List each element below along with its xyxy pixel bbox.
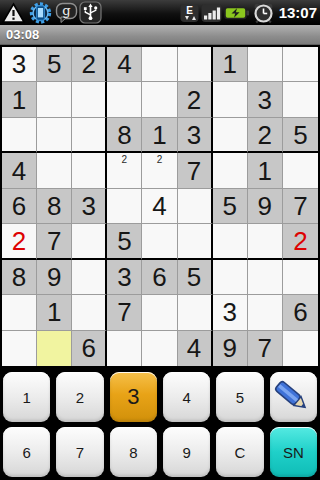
cell-r2c4[interactable] xyxy=(107,82,142,117)
given-digit: 3 xyxy=(258,87,272,113)
cell-r6c7[interactable] xyxy=(213,224,248,259)
given-digit: 6 xyxy=(152,264,166,290)
warning-icon xyxy=(1,2,26,24)
given-digit: 6 xyxy=(293,299,307,325)
cell-r7c2[interactable]: 9 xyxy=(37,260,72,295)
keypad-row-1: 12345 xyxy=(3,372,317,422)
pencil-marks: 2 xyxy=(143,154,175,186)
cell-r1c5[interactable] xyxy=(142,47,177,82)
entered-digit: 4 xyxy=(152,193,166,219)
given-digit: 2 xyxy=(187,87,201,113)
cell-r1c4[interactable]: 4 xyxy=(107,47,142,82)
cell-r8c5[interactable] xyxy=(142,295,177,330)
cell-r8c9[interactable]: 6 xyxy=(283,295,318,330)
given-digit: 2 xyxy=(258,122,272,148)
key-7[interactable]: 7 xyxy=(56,427,103,477)
cell-r1c7[interactable]: 1 xyxy=(213,47,248,82)
cell-r9c7[interactable]: 9 xyxy=(213,331,248,366)
cell-r3c9[interactable]: 5 xyxy=(283,118,318,153)
cell-r5c4[interactable] xyxy=(107,189,142,224)
entered-digit: 3 xyxy=(12,51,26,77)
cell-r7c7[interactable] xyxy=(213,260,248,295)
given-digit: 1 xyxy=(152,122,166,148)
sudoku-app-screen: g E xyxy=(0,0,320,480)
cell-r7c8[interactable] xyxy=(248,260,283,295)
given-digit: 5 xyxy=(47,51,61,77)
cell-r9c6[interactable]: 4 xyxy=(178,331,213,366)
battery-charging-icon xyxy=(224,4,250,22)
gtalk-icon: g xyxy=(55,2,78,24)
given-digit: 9 xyxy=(47,264,61,290)
cell-r4c1[interactable]: 4 xyxy=(2,153,37,188)
clock-time: 13:07 xyxy=(277,4,317,21)
given-digit: 7 xyxy=(117,299,131,325)
key-SN[interactable]: SN xyxy=(270,427,317,477)
given-digit: 7 xyxy=(293,193,307,219)
key-C[interactable]: C xyxy=(216,427,263,477)
key-2[interactable]: 2 xyxy=(56,372,103,422)
cell-r5c1[interactable]: 6 xyxy=(2,189,37,224)
cell-r1c1[interactable]: 3 xyxy=(2,47,37,82)
cell-r9c2[interactable] xyxy=(37,331,72,366)
cell-r1c8[interactable] xyxy=(248,47,283,82)
cell-r6c9[interactable]: 2 xyxy=(283,224,318,259)
key-3[interactable]: 3 xyxy=(110,372,157,422)
status-bar-right-icons: E xyxy=(180,2,320,24)
cell-r4c6[interactable]: 7 xyxy=(178,153,213,188)
cell-r7c1[interactable]: 8 xyxy=(2,260,37,295)
cell-r7c9[interactable] xyxy=(283,260,318,295)
cell-r2c8[interactable]: 3 xyxy=(248,82,283,117)
key-5[interactable]: 5 xyxy=(216,372,263,422)
given-digit: 8 xyxy=(117,122,131,148)
given-digit: 2 xyxy=(293,228,307,254)
cell-r9c5[interactable] xyxy=(142,331,177,366)
cell-r2c2[interactable] xyxy=(37,82,72,117)
given-digit: 5 xyxy=(222,193,236,219)
cell-r6c4[interactable]: 5 xyxy=(107,224,142,259)
cell-r4c5[interactable]: 2 xyxy=(142,153,177,188)
cell-r9c4[interactable] xyxy=(107,331,142,366)
cell-r8c4[interactable]: 7 xyxy=(107,295,142,330)
pencil-mark-digit: 2 xyxy=(154,154,165,165)
cell-r8c3[interactable] xyxy=(72,295,107,330)
cell-r8c2[interactable]: 1 xyxy=(37,295,72,330)
android-status-bar: g E xyxy=(0,0,320,25)
cell-r1c3[interactable]: 2 xyxy=(72,47,107,82)
given-digit: 1 xyxy=(258,158,272,184)
key-1[interactable]: 1 xyxy=(3,372,50,422)
cell-r3c8[interactable]: 2 xyxy=(248,118,283,153)
cell-r5c7[interactable]: 5 xyxy=(213,189,248,224)
key-6[interactable]: 6 xyxy=(3,427,50,477)
cell-r9c9[interactable] xyxy=(283,331,318,366)
cell-r3c7[interactable] xyxy=(213,118,248,153)
cell-r3c1[interactable] xyxy=(2,118,37,153)
cell-r6c3[interactable] xyxy=(72,224,107,259)
cell-r5c2[interactable]: 8 xyxy=(37,189,72,224)
given-digit: 9 xyxy=(222,335,236,361)
cell-r1c2[interactable]: 5 xyxy=(37,47,72,82)
cell-r5c6[interactable] xyxy=(178,189,213,224)
pencil-mark-digit: 2 xyxy=(119,154,130,165)
cell-r6c6[interactable] xyxy=(178,224,213,259)
given-digit: 7 xyxy=(47,228,61,254)
given-digit: 3 xyxy=(117,264,131,290)
key-9[interactable]: 9 xyxy=(163,427,210,477)
given-digit: 4 xyxy=(117,51,131,77)
key-4[interactable]: 4 xyxy=(163,372,210,422)
cell-r4c4[interactable]: 2 xyxy=(107,153,142,188)
cell-r5c3[interactable]: 3 xyxy=(72,189,107,224)
entered-digit: 3 xyxy=(222,299,236,325)
cell-r1c6[interactable] xyxy=(178,47,213,82)
cell-r3c6[interactable]: 3 xyxy=(178,118,213,153)
given-digit: 5 xyxy=(293,122,307,148)
given-digit: 5 xyxy=(117,228,131,254)
title-bar: 03:08 xyxy=(0,25,320,45)
status-bar-left-icons: g xyxy=(0,1,102,25)
cell-r5c9[interactable]: 7 xyxy=(283,189,318,224)
cell-r3c2[interactable] xyxy=(37,118,72,153)
cell-r8c1[interactable] xyxy=(2,295,37,330)
given-digit: 3 xyxy=(82,193,96,219)
given-digit: 2 xyxy=(82,51,96,77)
usb-debugging-icon xyxy=(27,1,54,25)
given-digit: 7 xyxy=(258,335,272,361)
cell-r4c2[interactable] xyxy=(37,153,72,188)
cell-r7c3[interactable] xyxy=(72,260,107,295)
cell-r5c8[interactable]: 9 xyxy=(248,189,283,224)
given-digit: 4 xyxy=(187,335,201,361)
cell-r1c9[interactable] xyxy=(283,47,318,82)
cell-r2c1[interactable]: 1 xyxy=(2,82,37,117)
sudoku-board: 3524112381325422716834597275289365173664… xyxy=(0,45,320,368)
cell-r8c6[interactable] xyxy=(178,295,213,330)
usb-icon xyxy=(79,1,102,24)
key-8[interactable]: 8 xyxy=(110,427,157,477)
cell-r6c2[interactable]: 7 xyxy=(37,224,72,259)
cell-r9c3[interactable]: 6 xyxy=(72,331,107,366)
keypad: 12345 6789CSN xyxy=(0,368,320,477)
cell-r4c3[interactable] xyxy=(72,153,107,188)
given-digit: 1 xyxy=(47,299,61,325)
cell-r3c5[interactable]: 1 xyxy=(142,118,177,153)
cell-r3c3[interactable] xyxy=(72,118,107,153)
given-digit: 8 xyxy=(12,264,26,290)
given-digit: 8 xyxy=(47,193,61,219)
cell-r2c7[interactable] xyxy=(213,82,248,117)
entered-digit: 2 xyxy=(12,228,26,254)
cell-r9c1[interactable] xyxy=(2,331,37,366)
cell-r6c5[interactable] xyxy=(142,224,177,259)
cell-r8c7[interactable]: 3 xyxy=(213,295,248,330)
cell-r7c4[interactable]: 3 xyxy=(107,260,142,295)
cell-r2c3[interactable] xyxy=(72,82,107,117)
svg-text:E: E xyxy=(186,5,193,16)
cell-r7c5[interactable]: 6 xyxy=(142,260,177,295)
keypad-row-2: 6789CSN xyxy=(3,427,317,477)
pencil-marks: 2 xyxy=(108,154,140,186)
pencil-button[interactable] xyxy=(270,372,317,422)
cell-r4c8[interactable]: 1 xyxy=(248,153,283,188)
svg-text:g: g xyxy=(62,3,70,18)
cell-r5c5[interactable]: 4 xyxy=(142,189,177,224)
given-digit: 4 xyxy=(12,158,26,184)
given-digit: 9 xyxy=(258,193,272,219)
cell-r3c4[interactable]: 8 xyxy=(107,118,142,153)
given-digit: 1 xyxy=(222,51,236,77)
pencil-icon xyxy=(273,377,313,417)
cell-r8c8[interactable] xyxy=(248,295,283,330)
given-digit: 7 xyxy=(187,158,201,184)
alarm-icon xyxy=(252,2,275,24)
cell-r7c6[interactable]: 5 xyxy=(178,260,213,295)
given-digit: 6 xyxy=(12,193,26,219)
cell-r9c8[interactable]: 7 xyxy=(248,331,283,366)
elapsed-timer: 03:08 xyxy=(0,27,39,42)
cell-r2c9[interactable] xyxy=(283,82,318,117)
given-digit: 6 xyxy=(82,335,96,361)
given-digit: 1 xyxy=(12,87,26,113)
cell-r4c9[interactable] xyxy=(283,153,318,188)
given-digit: 5 xyxy=(187,264,201,290)
edge-data-icon: E xyxy=(180,3,199,23)
cell-r2c5[interactable] xyxy=(142,82,177,117)
cell-r6c8[interactable] xyxy=(248,224,283,259)
cell-r6c1[interactable]: 2 xyxy=(2,224,37,259)
signal-strength-icon xyxy=(201,3,222,23)
cell-r2c6[interactable]: 2 xyxy=(178,82,213,117)
given-digit: 3 xyxy=(187,122,201,148)
cell-r4c7[interactable] xyxy=(213,153,248,188)
